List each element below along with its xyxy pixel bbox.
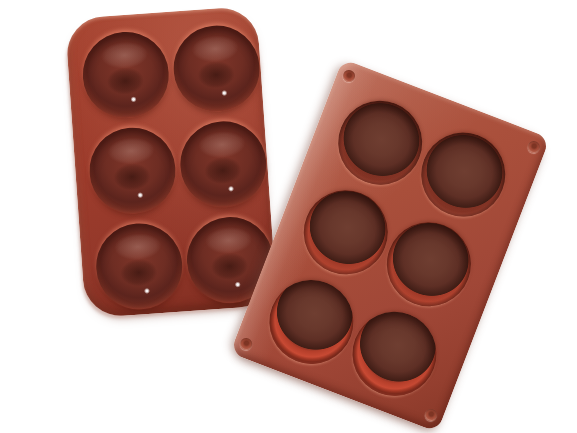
hemisphere-cavity-r1c1 [80,29,172,121]
hemisphere-mold [65,6,277,319]
hemisphere-cavity-r2c1 [87,125,179,217]
cylinder-mold [230,59,550,433]
corner-dimple-top-right [526,139,542,155]
cylinder-cavity-r3c2 [340,300,449,409]
cylinder-cavity-r1c1 [326,88,435,197]
hemisphere-cavity-r3c1 [93,221,185,313]
cylinder-cavity-r2c1 [292,178,401,287]
corner-dimple-bottom-left [238,336,254,352]
cylinder-cavity-r1c2 [409,120,518,229]
corner-dimple-top-left [341,68,357,84]
product-photo [0,0,577,433]
hemisphere-cavity-r1c2 [171,23,263,115]
cylinder-cavity-r2c2 [375,210,484,319]
corner-dimple-bottom-right [423,407,439,423]
cylinder-cavity-r3c1 [257,268,366,377]
hemisphere-cavity-r2c2 [177,118,269,210]
